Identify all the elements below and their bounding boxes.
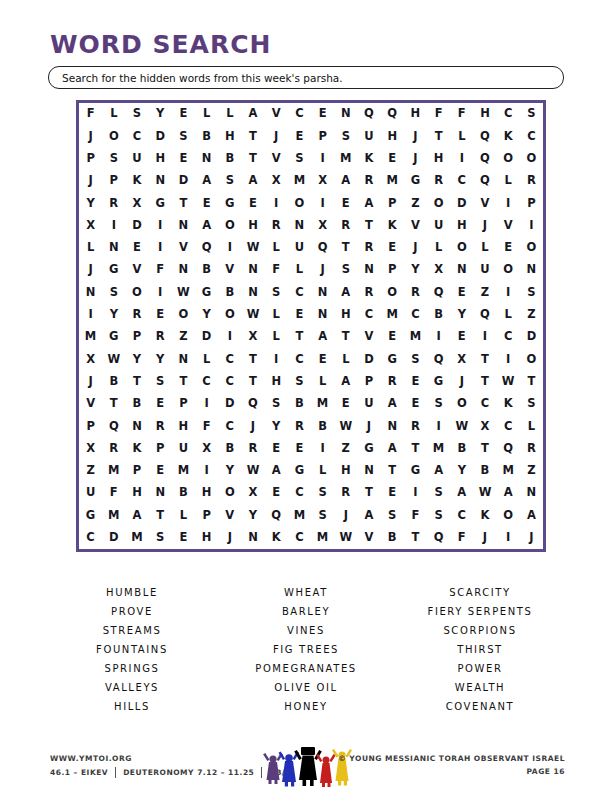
grid-cell[interactable]: Q	[381, 103, 404, 125]
grid-cell[interactable]: D	[172, 170, 195, 192]
grid-cell[interactable]: G	[195, 281, 218, 303]
grid-cell[interactable]: S	[288, 148, 311, 170]
grid-cell[interactable]: Y	[149, 103, 172, 125]
grid-cell[interactable]: Q	[311, 237, 334, 259]
grid-cell[interactable]: K	[265, 527, 288, 549]
grid-cell[interactable]: M	[288, 504, 311, 526]
grid-cell[interactable]: C	[288, 482, 311, 504]
grid-cell[interactable]: J	[241, 415, 264, 437]
grid-cell[interactable]: T	[102, 393, 125, 415]
grid-cell[interactable]: A	[334, 371, 357, 393]
grid-cell[interactable]: T	[381, 460, 404, 482]
grid-cell[interactable]: I	[427, 326, 450, 348]
grid-cell[interactable]: Z	[334, 437, 357, 459]
grid-cell[interactable]: A	[497, 482, 520, 504]
grid-cell[interactable]: J	[404, 237, 427, 259]
grid-cell[interactable]: A	[334, 170, 357, 192]
grid-cell[interactable]: O	[172, 304, 195, 326]
grid-cell[interactable]: O	[218, 214, 241, 236]
grid-cell[interactable]: E	[334, 192, 357, 214]
grid-cell[interactable]: R	[102, 437, 125, 459]
grid-cell[interactable]: I	[497, 348, 520, 370]
grid-cell[interactable]: V	[218, 504, 241, 526]
grid-cell[interactable]: K	[473, 504, 496, 526]
grid-cell[interactable]: O	[125, 281, 148, 303]
grid-cell[interactable]: N	[149, 482, 172, 504]
grid-cell[interactable]: W	[241, 460, 264, 482]
grid-cell[interactable]: T	[241, 125, 264, 147]
grid-cell[interactable]: O	[218, 304, 241, 326]
grid-cell[interactable]: L	[427, 237, 450, 259]
grid-cell[interactable]: I	[149, 281, 172, 303]
grid-cell[interactable]: T	[241, 371, 264, 393]
grid-cell[interactable]: I	[218, 326, 241, 348]
grid-cell[interactable]: M	[427, 437, 450, 459]
grid-cell[interactable]: J	[404, 125, 427, 147]
grid-cell[interactable]: C	[218, 415, 241, 437]
grid-cell[interactable]: V	[172, 237, 195, 259]
grid-cell[interactable]: S	[125, 103, 148, 125]
grid-cell[interactable]: S	[427, 504, 450, 526]
grid-cell[interactable]: J	[218, 527, 241, 549]
grid-cell[interactable]: R	[334, 214, 357, 236]
grid-cell[interactable]: E	[497, 237, 520, 259]
grid-cell[interactable]: X	[427, 259, 450, 281]
grid-cell[interactable]: I	[149, 237, 172, 259]
grid-cell[interactable]: N	[520, 482, 543, 504]
grid-cell[interactable]: N	[311, 304, 334, 326]
grid-cell[interactable]: H	[265, 371, 288, 393]
grid-cell[interactable]: C	[473, 393, 496, 415]
grid-cell[interactable]: W	[102, 348, 125, 370]
grid-cell[interactable]: I	[149, 214, 172, 236]
grid-cell[interactable]: M	[497, 460, 520, 482]
grid-cell[interactable]: E	[404, 393, 427, 415]
grid-cell[interactable]: I	[497, 281, 520, 303]
grid-cell[interactable]: C	[218, 348, 241, 370]
grid-cell[interactable]: E	[149, 304, 172, 326]
grid-cell[interactable]: O	[497, 259, 520, 281]
grid-cell[interactable]: L	[334, 348, 357, 370]
grid-cell[interactable]: P	[125, 326, 148, 348]
grid-cell[interactable]: N	[149, 170, 172, 192]
grid-cell[interactable]: R	[427, 170, 450, 192]
grid-cell[interactable]: S	[381, 504, 404, 526]
grid-cell[interactable]: C	[357, 304, 380, 326]
grid-cell[interactable]: E	[241, 192, 264, 214]
grid-cell[interactable]: D	[195, 326, 218, 348]
grid-cell[interactable]: I	[427, 415, 450, 437]
grid-cell[interactable]: M	[102, 460, 125, 482]
grid-cell[interactable]: R	[265, 214, 288, 236]
grid-cell[interactable]: B	[172, 482, 195, 504]
grid-cell[interactable]: J	[79, 125, 102, 147]
grid-cell[interactable]: O	[427, 192, 450, 214]
grid-cell[interactable]: H	[473, 103, 496, 125]
grid-cell[interactable]: J	[473, 527, 496, 549]
grid-cell[interactable]: N	[357, 259, 380, 281]
grid-cell[interactable]: G	[357, 437, 380, 459]
grid-cell[interactable]: Y	[102, 304, 125, 326]
grid-cell[interactable]: V	[473, 192, 496, 214]
grid-cell[interactable]: X	[311, 170, 334, 192]
grid-cell[interactable]: S	[520, 281, 543, 303]
grid-cell[interactable]: T	[473, 348, 496, 370]
grid-cell[interactable]: T	[357, 214, 380, 236]
grid-cell[interactable]: G	[102, 259, 125, 281]
grid-cell[interactable]: R	[334, 482, 357, 504]
grid-cell[interactable]: F	[404, 504, 427, 526]
grid-cell[interactable]: Y	[79, 192, 102, 214]
grid-cell[interactable]: B	[102, 371, 125, 393]
grid-cell[interactable]: Y	[404, 259, 427, 281]
grid-cell[interactable]: H	[334, 304, 357, 326]
grid-cell[interactable]: Q	[195, 237, 218, 259]
grid-cell[interactable]: B	[427, 304, 450, 326]
grid-cell[interactable]: I	[497, 527, 520, 549]
grid-cell[interactable]: T	[241, 348, 264, 370]
grid-cell[interactable]: N	[450, 259, 473, 281]
grid-cell[interactable]: Q	[427, 281, 450, 303]
grid-cell[interactable]: W	[172, 281, 195, 303]
grid-cell[interactable]: M	[288, 170, 311, 192]
grid-cell[interactable]: C	[450, 504, 473, 526]
grid-cell[interactable]: Q	[265, 504, 288, 526]
grid-cell[interactable]: G	[79, 504, 102, 526]
grid-cell[interactable]: L	[288, 259, 311, 281]
grid-cell[interactable]: T	[125, 371, 148, 393]
grid-cell[interactable]: E	[288, 125, 311, 147]
grid-cell[interactable]: T	[357, 482, 380, 504]
grid-cell[interactable]: L	[497, 304, 520, 326]
grid-cell[interactable]: X	[473, 415, 496, 437]
grid-cell[interactable]: K	[497, 393, 520, 415]
grid-cell[interactable]: N	[125, 415, 148, 437]
grid-cell[interactable]: W	[497, 371, 520, 393]
grid-cell[interactable]: O	[218, 482, 241, 504]
grid-cell[interactable]: E	[265, 437, 288, 459]
grid-cell[interactable]: I	[450, 148, 473, 170]
grid-cell[interactable]: R	[404, 415, 427, 437]
grid-cell[interactable]: P	[381, 259, 404, 281]
grid-cell[interactable]: O	[497, 148, 520, 170]
grid-cell[interactable]: C	[520, 125, 543, 147]
grid-cell[interactable]: H	[172, 415, 195, 437]
grid-cell[interactable]: U	[125, 148, 148, 170]
grid-cell[interactable]: J	[404, 148, 427, 170]
grid-cell[interactable]: S	[334, 259, 357, 281]
grid-cell[interactable]: B	[218, 281, 241, 303]
grid-cell[interactable]: L	[265, 326, 288, 348]
grid-cell[interactable]: T	[149, 504, 172, 526]
grid-cell[interactable]: C	[404, 304, 427, 326]
grid-cell[interactable]: L	[497, 170, 520, 192]
grid-cell[interactable]: Q	[357, 103, 380, 125]
grid-cell[interactable]: O	[381, 281, 404, 303]
grid-cell[interactable]: X	[79, 348, 102, 370]
grid-cell[interactable]: X	[125, 192, 148, 214]
grid-cell[interactable]: E	[195, 192, 218, 214]
grid-cell[interactable]: D	[125, 214, 148, 236]
grid-cell[interactable]: T	[473, 437, 496, 459]
grid-cell[interactable]: V	[357, 527, 380, 549]
grid-cell[interactable]: D	[520, 326, 543, 348]
grid-cell[interactable]: P	[311, 125, 334, 147]
grid-cell[interactable]: S	[520, 103, 543, 125]
grid-cell[interactable]: H	[125, 482, 148, 504]
grid-cell[interactable]: S	[265, 393, 288, 415]
grid-cell[interactable]: F	[427, 103, 450, 125]
grid-cell[interactable]: E	[288, 304, 311, 326]
grid-cell[interactable]: I	[311, 192, 334, 214]
grid-cell[interactable]: U	[172, 437, 195, 459]
grid-cell[interactable]: E	[311, 348, 334, 370]
grid-cell[interactable]: L	[265, 304, 288, 326]
grid-cell[interactable]: O	[450, 393, 473, 415]
grid-cell[interactable]: I	[311, 148, 334, 170]
grid-cell[interactable]: R	[241, 437, 264, 459]
grid-cell[interactable]: C	[288, 103, 311, 125]
grid-cell[interactable]: T	[288, 326, 311, 348]
grid-cell[interactable]: E	[172, 148, 195, 170]
grid-cell[interactable]: E	[265, 482, 288, 504]
grid-cell[interactable]: A	[381, 393, 404, 415]
grid-cell[interactable]: W	[241, 304, 264, 326]
grid-cell[interactable]: A	[125, 504, 148, 526]
grid-cell[interactable]: J	[473, 214, 496, 236]
grid-cell[interactable]: N	[172, 259, 195, 281]
grid-cell[interactable]: T	[404, 527, 427, 549]
grid-cell[interactable]: Y	[149, 348, 172, 370]
grid-cell[interactable]: B	[473, 460, 496, 482]
grid-cell[interactable]: A	[357, 192, 380, 214]
grid-cell[interactable]: Q	[473, 148, 496, 170]
grid-cell[interactable]: B	[288, 393, 311, 415]
grid-cell[interactable]: J	[265, 125, 288, 147]
grid-cell[interactable]: E	[334, 393, 357, 415]
grid-cell[interactable]: H	[381, 125, 404, 147]
grid-cell[interactable]: J	[334, 504, 357, 526]
grid-cell[interactable]: S	[149, 371, 172, 393]
grid-cell[interactable]: W	[334, 415, 357, 437]
grid-cell[interactable]: T	[172, 371, 195, 393]
grid-cell[interactable]: G	[288, 460, 311, 482]
grid-cell[interactable]: T	[334, 237, 357, 259]
grid-cell[interactable]: I	[404, 482, 427, 504]
grid-cell[interactable]: F	[102, 482, 125, 504]
grid-cell[interactable]: E	[149, 393, 172, 415]
grid-cell[interactable]: C	[79, 527, 102, 549]
grid-cell[interactable]: Q	[241, 393, 264, 415]
grid-cell[interactable]: T	[334, 326, 357, 348]
grid-cell[interactable]: C	[450, 170, 473, 192]
grid-cell[interactable]: W	[241, 237, 264, 259]
grid-cell[interactable]: N	[172, 348, 195, 370]
grid-cell[interactable]: M	[125, 527, 148, 549]
grid-cell[interactable]: N	[79, 281, 102, 303]
grid-cell[interactable]: L	[102, 103, 125, 125]
grid-cell[interactable]: G	[218, 192, 241, 214]
grid-cell[interactable]: J	[79, 259, 102, 281]
grid-cell[interactable]: L	[520, 415, 543, 437]
grid-cell[interactable]: L	[265, 237, 288, 259]
grid-cell[interactable]: F	[265, 259, 288, 281]
grid-cell[interactable]: N	[520, 259, 543, 281]
grid-cell[interactable]: P	[149, 437, 172, 459]
grid-cell[interactable]: I	[265, 192, 288, 214]
grid-cell[interactable]: C	[497, 415, 520, 437]
grid-cell[interactable]: A	[195, 214, 218, 236]
grid-cell[interactable]: R	[357, 237, 380, 259]
grid-cell[interactable]: D	[218, 393, 241, 415]
grid-cell[interactable]: Q	[427, 527, 450, 549]
grid-cell[interactable]: M	[334, 148, 357, 170]
grid-cell[interactable]: P	[381, 192, 404, 214]
grid-cell[interactable]: X	[241, 326, 264, 348]
grid-cell[interactable]: B	[450, 437, 473, 459]
grid-cell[interactable]: I	[102, 214, 125, 236]
grid-cell[interactable]: V	[404, 214, 427, 236]
grid-cell[interactable]: Z	[520, 304, 543, 326]
grid-cell[interactable]: V	[79, 393, 102, 415]
grid-cell[interactable]: R	[520, 437, 543, 459]
grid-cell[interactable]: J	[357, 415, 380, 437]
grid-cell[interactable]: A	[311, 326, 334, 348]
grid-cell[interactable]: E	[172, 103, 195, 125]
grid-cell[interactable]: T	[404, 437, 427, 459]
grid-cell[interactable]: E	[288, 437, 311, 459]
grid-cell[interactable]: F	[79, 103, 102, 125]
grid-cell[interactable]: I	[79, 304, 102, 326]
grid-cell[interactable]: V	[357, 326, 380, 348]
grid-cell[interactable]: N	[172, 214, 195, 236]
grid-cell[interactable]: Z	[473, 281, 496, 303]
grid-cell[interactable]: E	[381, 148, 404, 170]
grid-cell[interactable]: R	[404, 281, 427, 303]
grid-cell[interactable]: H	[404, 103, 427, 125]
grid-cell[interactable]: E	[311, 103, 334, 125]
grid-cell[interactable]: P	[125, 460, 148, 482]
grid-cell[interactable]: G	[149, 192, 172, 214]
grid-cell[interactable]: Z	[404, 192, 427, 214]
grid-cell[interactable]: E	[172, 527, 195, 549]
grid-cell[interactable]: H	[195, 527, 218, 549]
grid-cell[interactable]: X	[79, 214, 102, 236]
grid-cell[interactable]: L	[218, 103, 241, 125]
grid-cell[interactable]: R	[357, 170, 380, 192]
grid-cell[interactable]: B	[195, 259, 218, 281]
grid-cell[interactable]: N	[334, 103, 357, 125]
grid-cell[interactable]: Y	[125, 348, 148, 370]
grid-cell[interactable]: I	[195, 393, 218, 415]
grid-cell[interactable]: Y	[241, 504, 264, 526]
grid-cell[interactable]: T	[520, 371, 543, 393]
grid-cell[interactable]: A	[334, 281, 357, 303]
grid-cell[interactable]: X	[265, 170, 288, 192]
grid-cell[interactable]: C	[195, 371, 218, 393]
grid-cell[interactable]: M	[311, 393, 334, 415]
grid-cell[interactable]: J	[79, 170, 102, 192]
grid-cell[interactable]: Y	[265, 415, 288, 437]
grid-cell[interactable]: S	[265, 281, 288, 303]
grid-cell[interactable]: V	[265, 103, 288, 125]
grid-cell[interactable]: W	[334, 527, 357, 549]
grid-cell[interactable]: R	[149, 326, 172, 348]
grid-cell[interactable]: Z	[172, 326, 195, 348]
grid-cell[interactable]: U	[357, 125, 380, 147]
grid-cell[interactable]: A	[265, 460, 288, 482]
grid-cell[interactable]: B	[195, 125, 218, 147]
grid-cell[interactable]: R	[357, 281, 380, 303]
grid-cell[interactable]: O	[520, 237, 543, 259]
grid-cell[interactable]: N	[241, 527, 264, 549]
grid-cell[interactable]: L	[195, 348, 218, 370]
grid-cell[interactable]: Q	[473, 170, 496, 192]
grid-cell[interactable]: I	[520, 214, 543, 236]
grid-cell[interactable]: E	[381, 482, 404, 504]
grid-cell[interactable]: N	[241, 259, 264, 281]
grid-cell[interactable]: O	[520, 348, 543, 370]
grid-cell[interactable]: O	[520, 148, 543, 170]
grid-cell[interactable]: V	[218, 259, 241, 281]
grid-cell[interactable]: I	[497, 192, 520, 214]
grid-cell[interactable]: A	[450, 482, 473, 504]
grid-cell[interactable]: I	[265, 348, 288, 370]
grid-cell[interactable]: T	[172, 192, 195, 214]
grid-cell[interactable]: I	[218, 237, 241, 259]
grid-cell[interactable]: P	[102, 170, 125, 192]
grid-cell[interactable]: S	[149, 527, 172, 549]
grid-cell[interactable]: N	[102, 237, 125, 259]
grid-cell[interactable]: A	[427, 460, 450, 482]
grid-cell[interactable]: A	[241, 103, 264, 125]
grid-cell[interactable]: Q	[427, 348, 450, 370]
grid-cell[interactable]: D	[102, 527, 125, 549]
grid-cell[interactable]: R	[520, 170, 543, 192]
grid-cell[interactable]: D	[149, 125, 172, 147]
grid-cell[interactable]: S	[102, 148, 125, 170]
grid-cell[interactable]: O	[288, 192, 311, 214]
grid-cell[interactable]: A	[381, 437, 404, 459]
grid-cell[interactable]: B	[381, 527, 404, 549]
grid-cell[interactable]: L	[311, 371, 334, 393]
grid-cell[interactable]: S	[427, 482, 450, 504]
grid-cell[interactable]: F	[450, 527, 473, 549]
grid-cell[interactable]: J	[311, 259, 334, 281]
grid-cell[interactable]: R	[288, 415, 311, 437]
grid-cell[interactable]: Z	[520, 460, 543, 482]
grid-cell[interactable]: J	[520, 527, 543, 549]
grid-cell[interactable]: V	[497, 214, 520, 236]
grid-cell[interactable]: P	[357, 371, 380, 393]
grid-cell[interactable]: S	[311, 504, 334, 526]
grid-cell[interactable]: F	[450, 103, 473, 125]
grid-cell[interactable]: M	[79, 326, 102, 348]
grid-cell[interactable]: M	[102, 504, 125, 526]
grid-cell[interactable]: F	[149, 259, 172, 281]
grid-cell[interactable]: P	[79, 415, 102, 437]
grid-cell[interactable]: X	[241, 482, 264, 504]
grid-cell[interactable]: N	[195, 148, 218, 170]
grid-cell[interactable]: F	[195, 415, 218, 437]
grid-cell[interactable]: E	[125, 237, 148, 259]
grid-cell[interactable]: Q	[473, 304, 496, 326]
grid-cell[interactable]: Y	[218, 460, 241, 482]
grid-cell[interactable]: S	[334, 125, 357, 147]
grid-cell[interactable]: A	[520, 504, 543, 526]
grid-cell[interactable]: S	[404, 348, 427, 370]
grid-cell[interactable]: S	[288, 371, 311, 393]
